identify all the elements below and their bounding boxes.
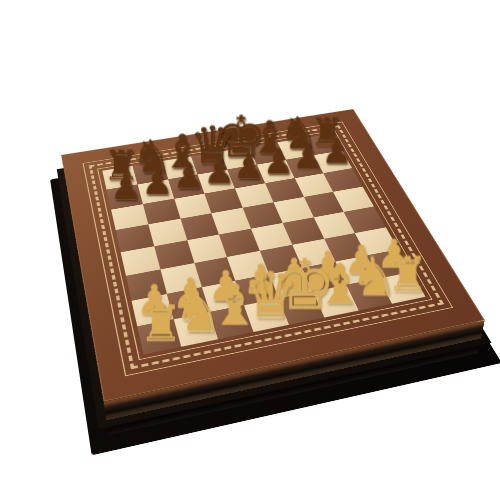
white-rook-a1: ♜ [139,300,183,347]
black-pawn-d7: ♟ [203,155,234,188]
black-pawn-a7: ♟ [110,170,142,204]
black-pawn-f7: ♟ [263,145,294,178]
black-pawn-g7: ♟ [292,141,323,174]
black-pawn-h7: ♟ [321,136,352,168]
product-photo-stage: ♜♞♝♛♚♝♞♜♟♟♟♟♟♟♟♟♟♟♟♟♟♟♟♟♜♞♝♛♚♝♞♜ [0,0,500,500]
chess-case: ♜♞♝♛♚♝♞♜♟♟♟♟♟♟♟♟♟♟♟♟♟♟♟♟♜♞♝♛♚♝♞♜ [61,109,485,402]
black-pawn-e7: ♟ [233,150,264,183]
black-pawn-c7: ♟ [173,160,205,194]
black-pawn-b7: ♟ [142,165,174,199]
scene: ♜♞♝♛♚♝♞♜♟♟♟♟♟♟♟♟♟♟♟♟♟♟♟♟♜♞♝♛♚♝♞♜ [0,0,500,500]
